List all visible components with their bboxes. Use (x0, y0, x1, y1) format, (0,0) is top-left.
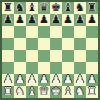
square-e1[interactable]: ♚ (50, 86, 62, 98)
square-e8[interactable]: ♚ (50, 2, 62, 14)
square-f2[interactable]: ♟ (62, 74, 74, 86)
white-knight[interactable]: ♞ (75, 86, 85, 98)
black-pawn[interactable]: ♟ (27, 14, 37, 26)
square-a5[interactable] (2, 38, 14, 50)
black-rook[interactable]: ♜ (87, 2, 97, 14)
square-h8[interactable]: ♜ (86, 2, 98, 14)
white-rook[interactable]: ♜ (87, 86, 97, 98)
square-d6[interactable] (38, 26, 50, 38)
white-queen[interactable]: ♛ (39, 86, 49, 98)
black-knight[interactable]: ♞ (75, 2, 85, 14)
square-h3[interactable] (86, 62, 98, 74)
square-b6[interactable] (14, 26, 26, 38)
black-pawn[interactable]: ♟ (39, 14, 49, 26)
square-c7[interactable]: ♟ (26, 14, 38, 26)
white-bishop[interactable]: ♝ (63, 86, 73, 98)
square-c6[interactable] (26, 26, 38, 38)
white-pawn[interactable]: ♟ (51, 74, 61, 86)
square-a8[interactable]: ♜ (2, 2, 14, 14)
square-d8[interactable]: ♛ (38, 2, 50, 14)
square-f6[interactable] (62, 26, 74, 38)
black-pawn[interactable]: ♟ (15, 14, 25, 26)
square-d4[interactable] (38, 50, 50, 62)
square-b1[interactable]: ♞ (14, 86, 26, 98)
square-a4[interactable] (2, 50, 14, 62)
square-h6[interactable] (86, 26, 98, 38)
square-g6[interactable] (74, 26, 86, 38)
black-king[interactable]: ♚ (51, 2, 61, 14)
chess-board: ♜♞♝♛♚♝♞♜♟♟♟♟♟♟♟♟♟♟♟♟♟♟♟♟♜♞♝♛♚♝♞♜ (2, 2, 98, 98)
square-f1[interactable]: ♝ (62, 86, 74, 98)
square-c3[interactable] (26, 62, 38, 74)
black-pawn[interactable]: ♟ (87, 14, 97, 26)
square-g2[interactable]: ♟ (74, 74, 86, 86)
square-b2[interactable]: ♟ (14, 74, 26, 86)
square-b8[interactable]: ♞ (14, 2, 26, 14)
black-queen[interactable]: ♛ (39, 2, 49, 14)
black-pawn[interactable]: ♟ (3, 14, 13, 26)
square-b7[interactable]: ♟ (14, 14, 26, 26)
square-a6[interactable] (2, 26, 14, 38)
white-pawn[interactable]: ♟ (27, 74, 37, 86)
white-rook[interactable]: ♜ (3, 86, 13, 98)
square-a1[interactable]: ♜ (2, 86, 14, 98)
black-bishop[interactable]: ♝ (27, 2, 37, 14)
square-e3[interactable] (50, 62, 62, 74)
square-g3[interactable] (74, 62, 86, 74)
square-f8[interactable]: ♝ (62, 2, 74, 14)
white-knight[interactable]: ♞ (15, 86, 25, 98)
square-d5[interactable] (38, 38, 50, 50)
square-h1[interactable]: ♜ (86, 86, 98, 98)
square-e2[interactable]: ♟ (50, 74, 62, 86)
white-pawn[interactable]: ♟ (75, 74, 85, 86)
square-a7[interactable]: ♟ (2, 14, 14, 26)
square-d2[interactable]: ♟ (38, 74, 50, 86)
square-g7[interactable]: ♟ (74, 14, 86, 26)
square-a2[interactable]: ♟ (2, 74, 14, 86)
square-g5[interactable] (74, 38, 86, 50)
square-f5[interactable] (62, 38, 74, 50)
square-g4[interactable] (74, 50, 86, 62)
black-pawn[interactable]: ♟ (63, 14, 73, 26)
square-b4[interactable] (14, 50, 26, 62)
square-d1[interactable]: ♛ (38, 86, 50, 98)
square-c5[interactable] (26, 38, 38, 50)
square-e4[interactable] (50, 50, 62, 62)
white-pawn[interactable]: ♟ (39, 74, 49, 86)
black-rook[interactable]: ♜ (3, 2, 13, 14)
white-pawn[interactable]: ♟ (63, 74, 73, 86)
square-c8[interactable]: ♝ (26, 2, 38, 14)
white-pawn[interactable]: ♟ (3, 74, 13, 86)
black-bishop[interactable]: ♝ (63, 2, 73, 14)
white-king[interactable]: ♚ (51, 86, 61, 98)
square-f3[interactable] (62, 62, 74, 74)
square-g1[interactable]: ♞ (74, 86, 86, 98)
square-e6[interactable] (50, 26, 62, 38)
white-pawn[interactable]: ♟ (15, 74, 25, 86)
square-f4[interactable] (62, 50, 74, 62)
square-d7[interactable]: ♟ (38, 14, 50, 26)
square-d3[interactable] (38, 62, 50, 74)
white-pawn[interactable]: ♟ (87, 74, 97, 86)
square-b3[interactable] (14, 62, 26, 74)
black-pawn[interactable]: ♟ (75, 14, 85, 26)
chess-board-frame: ♜♞♝♛♚♝♞♜♟♟♟♟♟♟♟♟♟♟♟♟♟♟♟♟♜♞♝♛♚♝♞♜ (0, 0, 100, 100)
square-h5[interactable] (86, 38, 98, 50)
black-knight[interactable]: ♞ (15, 2, 25, 14)
square-h2[interactable]: ♟ (86, 74, 98, 86)
square-c1[interactable]: ♝ (26, 86, 38, 98)
square-e7[interactable]: ♟ (50, 14, 62, 26)
square-h4[interactable] (86, 50, 98, 62)
square-c4[interactable] (26, 50, 38, 62)
square-h7[interactable]: ♟ (86, 14, 98, 26)
black-pawn[interactable]: ♟ (51, 14, 61, 26)
square-b5[interactable] (14, 38, 26, 50)
white-bishop[interactable]: ♝ (27, 86, 37, 98)
square-c2[interactable]: ♟ (26, 74, 38, 86)
square-g8[interactable]: ♞ (74, 2, 86, 14)
square-a3[interactable] (2, 62, 14, 74)
square-f7[interactable]: ♟ (62, 14, 74, 26)
square-e5[interactable] (50, 38, 62, 50)
